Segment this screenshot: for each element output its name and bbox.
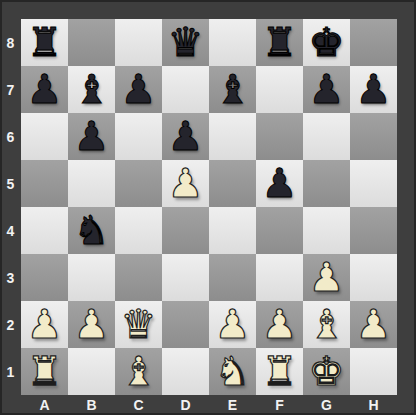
- piece-black-bishop[interactable]: ♝: [74, 66, 110, 113]
- piece-black-bishop[interactable]: ♝: [215, 66, 251, 113]
- rank-label-1: 1: [0, 348, 21, 395]
- rank-label-7: 7: [0, 66, 21, 113]
- rank-label-3: 3: [0, 254, 21, 301]
- piece-black-pawn[interactable]: ♟: [309, 66, 345, 113]
- file-label-d: D: [162, 395, 209, 415]
- piece-black-pawn[interactable]: ♟: [74, 113, 110, 160]
- square-h7[interactable]: ♟: [350, 66, 397, 113]
- rank-label-6: 6: [0, 113, 21, 160]
- piece-white-pawn[interactable]: ♟: [309, 254, 345, 301]
- piece-white-pawn[interactable]: ♟: [215, 301, 251, 348]
- square-e1[interactable]: ♞: [209, 348, 256, 395]
- square-d6[interactable]: ♟: [162, 113, 209, 160]
- piece-black-pawn[interactable]: ♟: [121, 66, 157, 113]
- square-d4[interactable]: [162, 207, 209, 254]
- square-a8[interactable]: ♜: [21, 19, 68, 66]
- square-b5[interactable]: [68, 160, 115, 207]
- square-a7[interactable]: ♟: [21, 66, 68, 113]
- file-label-h: H: [350, 395, 397, 415]
- square-d7[interactable]: [162, 66, 209, 113]
- square-c2[interactable]: ♛: [115, 301, 162, 348]
- square-b8[interactable]: [68, 19, 115, 66]
- square-e2[interactable]: ♟: [209, 301, 256, 348]
- piece-white-king[interactable]: ♚: [309, 348, 345, 395]
- square-a6[interactable]: [21, 113, 68, 160]
- piece-white-knight[interactable]: ♞: [215, 348, 251, 395]
- square-e6[interactable]: [209, 113, 256, 160]
- square-h5[interactable]: [350, 160, 397, 207]
- piece-black-king[interactable]: ♚: [309, 19, 345, 66]
- square-b4[interactable]: ♞: [68, 207, 115, 254]
- square-c1[interactable]: ♝: [115, 348, 162, 395]
- square-b1[interactable]: [68, 348, 115, 395]
- rank-label-8: 8: [0, 19, 21, 66]
- chess-board: ♜♛♜♚♟♝♟♝♟♟♟♟♟♟♞♟♟♟♛♟♟♝♟♜♝♞♜♚: [21, 19, 397, 395]
- square-e8[interactable]: [209, 19, 256, 66]
- square-g7[interactable]: ♟: [303, 66, 350, 113]
- piece-black-rook[interactable]: ♜: [27, 19, 63, 66]
- piece-white-rook[interactable]: ♜: [27, 348, 63, 395]
- square-a3[interactable]: [21, 254, 68, 301]
- square-d2[interactable]: [162, 301, 209, 348]
- square-c7[interactable]: ♟: [115, 66, 162, 113]
- square-a2[interactable]: ♟: [21, 301, 68, 348]
- rank-label-5: 5: [0, 160, 21, 207]
- square-f2[interactable]: ♟: [256, 301, 303, 348]
- square-a5[interactable]: [21, 160, 68, 207]
- square-d8[interactable]: ♛: [162, 19, 209, 66]
- square-g3[interactable]: ♟: [303, 254, 350, 301]
- file-label-b: B: [68, 395, 115, 415]
- square-g4[interactable]: [303, 207, 350, 254]
- square-h6[interactable]: [350, 113, 397, 160]
- square-b2[interactable]: ♟: [68, 301, 115, 348]
- square-c8[interactable]: [115, 19, 162, 66]
- rank-label-4: 4: [0, 207, 21, 254]
- piece-white-pawn[interactable]: ♟: [356, 301, 392, 348]
- file-label-e: E: [209, 395, 256, 415]
- piece-white-pawn[interactable]: ♟: [168, 160, 204, 207]
- square-e3[interactable]: [209, 254, 256, 301]
- square-c6[interactable]: [115, 113, 162, 160]
- chess-board-frame: 8 7 6 5 4 3 2 1 ♜♛♜♚♟♝♟♝♟♟♟♟♟♟♞♟♟♟♛♟♟♝♟♜…: [0, 0, 416, 415]
- piece-white-queen[interactable]: ♛: [121, 301, 157, 348]
- square-f3[interactable]: [256, 254, 303, 301]
- square-c5[interactable]: [115, 160, 162, 207]
- square-g8[interactable]: ♚: [303, 19, 350, 66]
- square-d3[interactable]: [162, 254, 209, 301]
- square-f5[interactable]: ♟: [256, 160, 303, 207]
- square-d5[interactable]: ♟: [162, 160, 209, 207]
- file-label-g: G: [303, 395, 350, 415]
- square-h2[interactable]: ♟: [350, 301, 397, 348]
- square-g1[interactable]: ♚: [303, 348, 350, 395]
- piece-black-rook[interactable]: ♜: [262, 19, 298, 66]
- piece-white-bishop[interactable]: ♝: [121, 348, 157, 395]
- square-a4[interactable]: [21, 207, 68, 254]
- piece-white-pawn[interactable]: ♟: [262, 301, 298, 348]
- square-f1[interactable]: ♜: [256, 348, 303, 395]
- piece-white-pawn[interactable]: ♟: [27, 301, 63, 348]
- file-label-c: C: [115, 395, 162, 415]
- piece-black-knight[interactable]: ♞: [74, 207, 110, 254]
- square-g2[interactable]: ♝: [303, 301, 350, 348]
- square-f7[interactable]: [256, 66, 303, 113]
- square-h4[interactable]: [350, 207, 397, 254]
- square-c3[interactable]: [115, 254, 162, 301]
- rank-label-2: 2: [0, 301, 21, 348]
- file-label-a: A: [21, 395, 68, 415]
- piece-black-queen[interactable]: ♛: [168, 19, 204, 66]
- rank-labels: 8 7 6 5 4 3 2 1: [0, 19, 21, 395]
- square-f4[interactable]: [256, 207, 303, 254]
- square-b7[interactable]: ♝: [68, 66, 115, 113]
- piece-black-pawn[interactable]: ♟: [27, 66, 63, 113]
- square-a1[interactable]: ♜: [21, 348, 68, 395]
- square-h3[interactable]: [350, 254, 397, 301]
- square-d1[interactable]: [162, 348, 209, 395]
- square-h1[interactable]: [350, 348, 397, 395]
- file-labels: A B C D E F G H: [21, 395, 397, 415]
- square-f8[interactable]: ♜: [256, 19, 303, 66]
- piece-white-bishop[interactable]: ♝: [309, 301, 345, 348]
- piece-black-pawn[interactable]: ♟: [262, 160, 298, 207]
- square-g6[interactable]: [303, 113, 350, 160]
- square-e7[interactable]: ♝: [209, 66, 256, 113]
- square-e4[interactable]: [209, 207, 256, 254]
- square-e5[interactable]: [209, 160, 256, 207]
- file-label-f: F: [256, 395, 303, 415]
- piece-black-pawn[interactable]: ♟: [168, 113, 204, 160]
- square-c4[interactable]: [115, 207, 162, 254]
- piece-white-pawn[interactable]: ♟: [74, 301, 110, 348]
- square-f6[interactable]: [256, 113, 303, 160]
- square-h8[interactable]: [350, 19, 397, 66]
- piece-white-rook[interactable]: ♜: [262, 348, 298, 395]
- square-g5[interactable]: [303, 160, 350, 207]
- piece-black-pawn[interactable]: ♟: [356, 66, 392, 113]
- square-b3[interactable]: [68, 254, 115, 301]
- square-b6[interactable]: ♟: [68, 113, 115, 160]
